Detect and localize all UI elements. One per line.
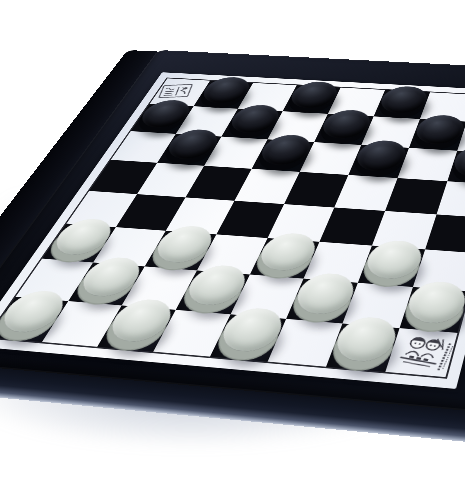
square-g7[interactable]: [409, 119, 465, 150]
white-checker[interactable]: [403, 280, 465, 325]
board-grid: [0, 77, 465, 378]
photo-stage: [0, 0, 465, 500]
black-checker[interactable]: [412, 114, 465, 145]
board-sheet: [0, 72, 465, 389]
checkers-board: [0, 50, 465, 412]
two-players-illustration-icon: [392, 331, 459, 377]
board-frame: [0, 50, 465, 412]
maker-stamp-icon: [157, 84, 194, 99]
square-h2[interactable]: [400, 287, 465, 332]
square-h1[interactable]: [385, 328, 457, 377]
